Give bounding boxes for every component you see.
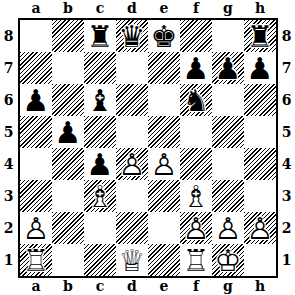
- rank-label-left-3: 3: [0, 180, 17, 212]
- black-bishop: ♝♝: [84, 84, 116, 116]
- rank-label-right-2: 2: [278, 212, 295, 244]
- square-g2[interactable]: ♟♙: [212, 212, 244, 244]
- square-c8[interactable]: ♜♜: [84, 20, 116, 52]
- square-b7[interactable]: [52, 52, 84, 84]
- black-pawn: ♟♟: [20, 84, 52, 116]
- square-g4[interactable]: [212, 148, 244, 180]
- white-pawn: ♟♙: [116, 148, 148, 180]
- square-g3[interactable]: [212, 180, 244, 212]
- white-rook-glyph: ♖: [180, 244, 212, 276]
- square-c1[interactable]: [84, 244, 116, 276]
- white-bishop: ♝♗: [180, 180, 212, 212]
- rank-label-right-8: 8: [278, 20, 295, 52]
- rank-label-right-5: 5: [278, 116, 295, 148]
- rank-label-right-6: 6: [278, 84, 295, 116]
- black-pawn-glyph: ♟: [212, 52, 244, 84]
- black-queen-glyph: ♛: [116, 20, 148, 52]
- square-f7[interactable]: ♟♟: [180, 52, 212, 84]
- file-label-top-g: g: [212, 0, 244, 17]
- white-pawn: ♟♙: [20, 212, 52, 244]
- square-c5[interactable]: [84, 116, 116, 148]
- square-e2[interactable]: [148, 212, 180, 244]
- square-d1[interactable]: ♛♕: [116, 244, 148, 276]
- rank-label-right-7: 7: [278, 52, 295, 84]
- square-g7[interactable]: ♟♟: [212, 52, 244, 84]
- square-c2[interactable]: [84, 212, 116, 244]
- square-f1[interactable]: ♜♖: [180, 244, 212, 276]
- square-a2[interactable]: ♟♙: [20, 212, 52, 244]
- square-e1[interactable]: [148, 244, 180, 276]
- square-g6[interactable]: [212, 84, 244, 116]
- white-king: ♚♔: [212, 244, 244, 276]
- square-e5[interactable]: [148, 116, 180, 148]
- black-knight: ♞♞: [180, 84, 212, 116]
- square-b1[interactable]: [52, 244, 84, 276]
- file-label-bottom-f: f: [180, 278, 212, 295]
- rank-label-left-1: 1: [0, 244, 17, 276]
- square-d8[interactable]: ♛♛: [116, 20, 148, 52]
- white-pawn: ♟♙: [148, 148, 180, 180]
- white-king-glyph: ♔: [212, 244, 244, 276]
- white-rook-glyph: ♖: [20, 244, 52, 276]
- black-pawn-glyph: ♟: [52, 116, 84, 148]
- rank-label-right-1: 1: [278, 244, 295, 276]
- square-h2[interactable]: ♟♙: [244, 212, 276, 244]
- square-e6[interactable]: [148, 84, 180, 116]
- white-rook: ♜♖: [180, 244, 212, 276]
- rank-label-left-7: 7: [0, 52, 17, 84]
- square-b4[interactable]: [52, 148, 84, 180]
- square-d3[interactable]: [116, 180, 148, 212]
- square-h8[interactable]: ♜♜: [244, 20, 276, 52]
- file-label-top-h: h: [244, 0, 276, 17]
- black-pawn-glyph: ♟: [244, 52, 276, 84]
- file-label-bottom-b: b: [52, 278, 84, 295]
- square-b8[interactable]: [52, 20, 84, 52]
- square-e7[interactable]: [148, 52, 180, 84]
- white-pawn: ♟♙: [212, 212, 244, 244]
- white-pawn-glyph: ♙: [244, 212, 276, 244]
- square-e8[interactable]: ♚♚: [148, 20, 180, 52]
- black-knight-glyph: ♞: [180, 84, 212, 116]
- file-label-bottom-g: g: [212, 278, 244, 295]
- square-g5[interactable]: [212, 116, 244, 148]
- white-pawn-glyph: ♙: [180, 212, 212, 244]
- square-h1[interactable]: [244, 244, 276, 276]
- square-a8[interactable]: [20, 20, 52, 52]
- file-label-top-d: d: [116, 0, 148, 17]
- square-a1[interactable]: ♜♖: [20, 244, 52, 276]
- black-rook: ♜♜: [244, 20, 276, 52]
- black-rook: ♜♜: [84, 20, 116, 52]
- rank-label-left-5: 5: [0, 116, 17, 148]
- white-bishop-glyph: ♗: [84, 180, 116, 212]
- square-c3[interactable]: ♝♗: [84, 180, 116, 212]
- black-pawn: ♟♟: [180, 52, 212, 84]
- square-h3[interactable]: [244, 180, 276, 212]
- white-bishop-glyph: ♗: [180, 180, 212, 212]
- black-queen: ♛♛: [116, 20, 148, 52]
- file-label-top-b: b: [52, 0, 84, 17]
- square-d7[interactable]: [116, 52, 148, 84]
- file-label-top-e: e: [148, 0, 180, 17]
- rank-label-left-4: 4: [0, 148, 17, 180]
- square-d4[interactable]: ♟♙: [116, 148, 148, 180]
- black-bishop-glyph: ♝: [84, 84, 116, 116]
- square-d5[interactable]: [116, 116, 148, 148]
- rank-label-left-2: 2: [0, 212, 17, 244]
- square-f4[interactable]: [180, 148, 212, 180]
- rank-label-left-8: 8: [0, 20, 17, 52]
- file-label-top-f: f: [180, 0, 212, 17]
- square-f3[interactable]: ♝♗: [180, 180, 212, 212]
- chess-diagram: aabbccddeeffgghh8877665544332211 ♜♜♛♛♚♚♜…: [0, 0, 295, 295]
- square-f5[interactable]: [180, 116, 212, 148]
- square-c4[interactable]: ♟♟: [84, 148, 116, 180]
- file-label-bottom-c: c: [84, 278, 116, 295]
- square-d6[interactable]: [116, 84, 148, 116]
- black-pawn: ♟♟: [52, 116, 84, 148]
- square-h6[interactable]: [244, 84, 276, 116]
- black-king: ♚♚: [148, 20, 180, 52]
- white-bishop: ♝♗: [84, 180, 116, 212]
- square-b2[interactable]: [52, 212, 84, 244]
- square-e4[interactable]: ♟♙: [148, 148, 180, 180]
- square-f2[interactable]: ♟♙: [180, 212, 212, 244]
- square-h4[interactable]: [244, 148, 276, 180]
- black-pawn: ♟♟: [84, 148, 116, 180]
- file-label-top-c: c: [84, 0, 116, 17]
- black-rook-glyph: ♜: [244, 20, 276, 52]
- square-g1[interactable]: ♚♔: [212, 244, 244, 276]
- white-pawn-glyph: ♙: [212, 212, 244, 244]
- chess-board: ♜♜♛♛♚♚♜♜♟♟♟♟♟♟♟♟♝♝♞♞♟♟♟♟♟♙♟♙♝♗♝♗♟♙♟♙♟♙♟♙…: [18, 18, 278, 278]
- square-f8[interactable]: [180, 20, 212, 52]
- white-pawn-glyph: ♙: [116, 148, 148, 180]
- file-label-bottom-a: a: [20, 278, 52, 295]
- square-b3[interactable]: [52, 180, 84, 212]
- white-pawn: ♟♙: [244, 212, 276, 244]
- square-a3[interactable]: [20, 180, 52, 212]
- file-label-bottom-e: e: [148, 278, 180, 295]
- rank-label-left-6: 6: [0, 84, 17, 116]
- black-pawn: ♟♟: [244, 52, 276, 84]
- black-pawn: ♟♟: [212, 52, 244, 84]
- square-a4[interactable]: [20, 148, 52, 180]
- square-h7[interactable]: ♟♟: [244, 52, 276, 84]
- white-pawn: ♟♙: [180, 212, 212, 244]
- square-b6[interactable]: [52, 84, 84, 116]
- square-a6[interactable]: ♟♟: [20, 84, 52, 116]
- white-queen: ♛♕: [116, 244, 148, 276]
- black-king-glyph: ♚: [148, 20, 180, 52]
- white-pawn-glyph: ♙: [20, 212, 52, 244]
- square-b5[interactable]: ♟♟: [52, 116, 84, 148]
- square-f6[interactable]: ♞♞: [180, 84, 212, 116]
- black-pawn-glyph: ♟: [20, 84, 52, 116]
- file-label-bottom-d: d: [116, 278, 148, 295]
- file-label-top-a: a: [20, 0, 52, 17]
- file-label-bottom-h: h: [244, 278, 276, 295]
- white-queen-glyph: ♕: [116, 244, 148, 276]
- square-d2[interactable]: [116, 212, 148, 244]
- white-rook: ♜♖: [20, 244, 52, 276]
- black-rook-glyph: ♜: [84, 20, 116, 52]
- black-pawn-glyph: ♟: [84, 148, 116, 180]
- square-h5[interactable]: [244, 116, 276, 148]
- square-a7[interactable]: [20, 52, 52, 84]
- black-pawn-glyph: ♟: [180, 52, 212, 84]
- rank-label-right-3: 3: [278, 180, 295, 212]
- white-pawn-glyph: ♙: [148, 148, 180, 180]
- square-g8[interactable]: [212, 20, 244, 52]
- square-c7[interactable]: [84, 52, 116, 84]
- square-a5[interactable]: [20, 116, 52, 148]
- rank-label-right-4: 4: [278, 148, 295, 180]
- square-c6[interactable]: ♝♝: [84, 84, 116, 116]
- square-e3[interactable]: [148, 180, 180, 212]
